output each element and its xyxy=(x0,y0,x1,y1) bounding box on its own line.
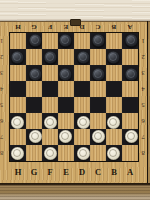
file-label-bottom-c: C xyxy=(90,164,106,180)
square-c6[interactable] xyxy=(90,113,106,129)
square-e1[interactable] xyxy=(58,33,74,49)
square-b7[interactable] xyxy=(106,129,122,145)
square-f3[interactable] xyxy=(42,65,58,81)
file-label-bottom-d: D xyxy=(74,164,90,180)
square-d5[interactable] xyxy=(74,97,90,113)
square-g7[interactable] xyxy=(26,129,42,145)
square-a4[interactable] xyxy=(122,81,138,97)
square-c8[interactable] xyxy=(90,145,106,161)
square-h8[interactable] xyxy=(10,145,26,161)
square-c5[interactable] xyxy=(90,97,106,113)
square-h2[interactable] xyxy=(10,49,26,65)
piece-white-d8[interactable] xyxy=(77,147,90,160)
square-a5[interactable] xyxy=(122,97,138,113)
piece-white-g7[interactable] xyxy=(29,130,42,143)
square-h6[interactable] xyxy=(10,113,26,129)
piece-white-a7[interactable] xyxy=(125,130,138,143)
piece-white-b6[interactable] xyxy=(107,116,120,129)
square-g8[interactable] xyxy=(26,145,42,161)
square-b2[interactable] xyxy=(106,49,122,65)
board-right-edge-shade xyxy=(148,21,150,183)
file-label-top-a: A xyxy=(122,22,138,32)
file-label-top-f: F xyxy=(42,22,58,32)
square-f4[interactable] xyxy=(42,81,58,97)
rank-label-left-1: 1 xyxy=(0,33,5,49)
square-f5[interactable] xyxy=(42,97,58,113)
square-e2[interactable] xyxy=(58,49,74,65)
square-c4[interactable] xyxy=(90,81,106,97)
piece-white-c7[interactable] xyxy=(92,130,105,143)
piece-black-c1[interactable] xyxy=(92,34,105,47)
file-label-bottom-f: F xyxy=(42,164,58,180)
square-g4[interactable] xyxy=(26,81,42,97)
piece-black-c3[interactable] xyxy=(92,68,105,81)
piece-white-h6[interactable] xyxy=(11,116,24,129)
square-c3[interactable] xyxy=(90,65,106,81)
square-b5[interactable] xyxy=(106,97,122,113)
square-h4[interactable] xyxy=(10,81,26,97)
square-f1[interactable] xyxy=(42,33,58,49)
square-h7[interactable] xyxy=(10,129,26,145)
square-d1[interactable] xyxy=(74,33,90,49)
square-h1[interactable] xyxy=(10,33,26,49)
file-label-bottom-e: E xyxy=(58,164,74,180)
piece-black-a3[interactable] xyxy=(125,68,138,81)
square-a1[interactable] xyxy=(122,33,138,49)
square-e3[interactable] xyxy=(58,65,74,81)
square-a3[interactable] xyxy=(122,65,138,81)
piece-white-b8[interactable] xyxy=(107,147,120,160)
piece-white-f6[interactable] xyxy=(44,116,57,129)
square-c1[interactable] xyxy=(90,33,106,49)
square-f2[interactable] xyxy=(42,49,58,65)
square-g6[interactable] xyxy=(26,113,42,129)
piece-white-h8[interactable] xyxy=(11,147,24,160)
rank-label-left-4: 4 xyxy=(0,81,5,97)
file-label-top-h: H xyxy=(10,22,26,32)
square-b3[interactable] xyxy=(106,65,122,81)
photo-scene: HGFEDCBA 12345678 12345678 HGFEDCBA xyxy=(0,0,150,200)
file-label-top-e: E xyxy=(58,22,74,32)
rank-label-left-2: 2 xyxy=(0,49,5,65)
square-a8[interactable] xyxy=(122,145,138,161)
piece-white-f8[interactable] xyxy=(44,147,57,160)
square-g5[interactable] xyxy=(26,97,42,113)
square-e4[interactable] xyxy=(58,81,74,97)
square-h3[interactable] xyxy=(10,65,26,81)
file-label-top-g: G xyxy=(26,22,42,32)
file-label-bottom-g: G xyxy=(26,164,42,180)
rank-label-left-7: 7 xyxy=(0,129,5,145)
square-f7[interactable] xyxy=(42,129,58,145)
piece-black-e3[interactable] xyxy=(59,68,72,81)
square-d4[interactable] xyxy=(74,81,90,97)
square-c2[interactable] xyxy=(90,49,106,65)
rank-label-left-8: 8 xyxy=(0,145,5,161)
piece-black-h2[interactable] xyxy=(11,51,24,64)
square-d7[interactable] xyxy=(74,129,90,145)
rank-label-left-3: 3 xyxy=(0,65,5,81)
file-label-top-d: D xyxy=(74,22,90,32)
piece-black-f2[interactable] xyxy=(44,51,57,64)
playing-field xyxy=(9,32,139,162)
file-label-bottom-h: H xyxy=(10,164,26,180)
square-b1[interactable] xyxy=(106,33,122,49)
square-f8[interactable] xyxy=(42,145,58,161)
rank-label-left-6: 6 xyxy=(0,113,5,129)
square-g2[interactable] xyxy=(26,49,42,65)
square-d6[interactable] xyxy=(74,113,90,129)
piece-black-b2[interactable] xyxy=(107,51,120,64)
piece-black-d2[interactable] xyxy=(77,51,90,64)
square-a6[interactable] xyxy=(122,113,138,129)
piece-black-g3[interactable] xyxy=(29,68,42,81)
square-g3[interactable] xyxy=(26,65,42,81)
file-label-top-c: C xyxy=(90,22,106,32)
square-b6[interactable] xyxy=(106,113,122,129)
rank-label-left-5: 5 xyxy=(0,97,5,113)
square-a2[interactable] xyxy=(122,49,138,65)
piece-black-g1[interactable] xyxy=(29,34,42,47)
square-f6[interactable] xyxy=(42,113,58,129)
file-label-bottom-a: A xyxy=(122,164,138,180)
square-b8[interactable] xyxy=(106,145,122,161)
square-e6[interactable] xyxy=(58,113,74,129)
square-h5[interactable] xyxy=(10,97,26,113)
square-e7[interactable] xyxy=(58,129,74,145)
square-e8[interactable] xyxy=(58,145,74,161)
file-label-top-b: B xyxy=(106,22,122,32)
wood-grain xyxy=(0,183,150,200)
piece-black-a1[interactable] xyxy=(125,34,138,47)
square-b4[interactable] xyxy=(106,81,122,97)
piece-white-d6[interactable] xyxy=(77,116,90,129)
square-g1[interactable] xyxy=(26,33,42,49)
square-e5[interactable] xyxy=(58,97,74,113)
file-label-bottom-b: B xyxy=(106,164,122,180)
square-a7[interactable] xyxy=(122,129,138,145)
square-c7[interactable] xyxy=(90,129,106,145)
square-d8[interactable] xyxy=(74,145,90,161)
piece-white-e7[interactable] xyxy=(59,130,72,143)
piece-black-e1[interactable] xyxy=(59,34,72,47)
board-front-edge xyxy=(0,183,150,200)
square-d3[interactable] xyxy=(74,65,90,81)
square-d2[interactable] xyxy=(74,49,90,65)
